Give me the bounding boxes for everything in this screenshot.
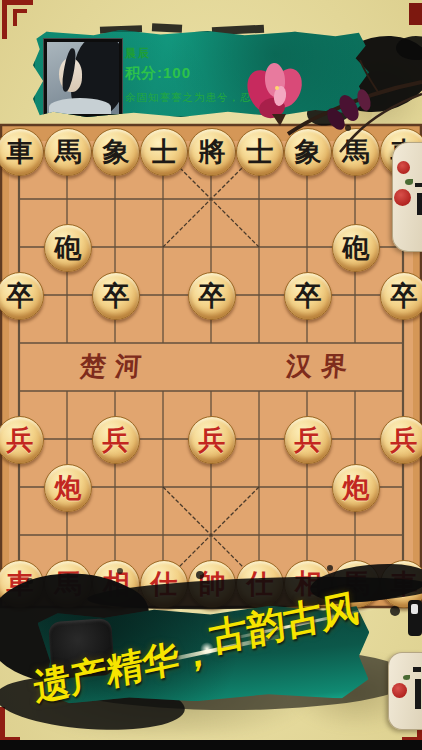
corner-bracket-bottom-left [0, 707, 20, 742]
piece-red-horse-left[interactable]: 馬 [44, 560, 92, 608]
piece-black-elephant-left[interactable]: 象 [92, 128, 140, 176]
piece-black-advisor-right[interactable]: 士 [236, 128, 284, 176]
piece-black-horse-left[interactable]: 馬 [44, 128, 92, 176]
poppy-flower-icon [394, 189, 411, 206]
piece-black-horse-right[interactable]: 馬 [332, 128, 380, 176]
partial-calligraphy-glyph [417, 193, 422, 215]
poppy-flower-icon [392, 683, 407, 698]
poppy-flower-icon [397, 161, 410, 174]
partial-calligraphy-glyph [415, 183, 422, 187]
avatar-shoulder [49, 98, 111, 116]
dark-piece-stack [408, 600, 422, 636]
corner-bracket-top-left [2, 0, 33, 39]
ink-fragment [152, 23, 182, 33]
leaf-icon [405, 179, 413, 185]
partial-calligraphy-glyph [413, 667, 421, 672]
piece-red-pawn-5[interactable]: 兵 [380, 416, 422, 464]
avatar-frame-ornament [45, 105, 56, 116]
piece-red-advisor-left[interactable]: 仕 [140, 560, 188, 608]
avatar-frame-ornament [45, 40, 56, 51]
piece-black-pawn-2[interactable]: 卒 [92, 272, 140, 320]
corner-bracket-top-right [409, 3, 422, 25]
player-avatar[interactable] [44, 39, 122, 117]
piece-black-pawn-4[interactable]: 卒 [284, 272, 332, 320]
leaf-icon [403, 675, 410, 680]
piece-black-elephant-right[interactable]: 象 [284, 128, 332, 176]
piece-red-pawn-4[interactable]: 兵 [284, 416, 332, 464]
avatar-frame-ornament [110, 105, 121, 116]
xiangqi-board[interactable]: 楚河 汉界 車馬象士將士象馬車砲砲卒卒卒卒卒兵兵兵兵兵炮炮車馬相仕帥仕相馬車 [0, 123, 422, 609]
piece-black-pawn-1[interactable]: 卒 [0, 272, 44, 320]
piece-black-chariot-left[interactable]: 車 [0, 128, 44, 176]
player-signature: 余固知謇謇之为患兮，忍而不 [125, 91, 340, 105]
piece-red-pawn-3[interactable]: 兵 [188, 416, 236, 464]
app-screen: 晨辰 积分:100 余固知謇謇之为患兮，忍而不 [0, 0, 422, 750]
avatar-frame-ornament [110, 40, 121, 51]
piece-red-chariot-left[interactable]: 車 [0, 560, 44, 608]
piece-red-general[interactable]: 帥 [188, 560, 236, 608]
piece-black-cannon-right[interactable]: 砲 [332, 224, 380, 272]
player-info-panel: 晨辰 积分:100 余固知謇謇之为患兮，忍而不 [33, 30, 369, 118]
piece-red-pawn-1[interactable]: 兵 [0, 416, 44, 464]
piece-black-cannon-left[interactable]: 砲 [44, 224, 92, 272]
bottom-frame-bar [0, 740, 422, 750]
player-score: 积分:100 [125, 64, 191, 83]
piece-red-elephant-left[interactable]: 相 [92, 560, 140, 608]
piece-red-pawn-2[interactable]: 兵 [92, 416, 140, 464]
piece-red-cannon-right[interactable]: 炮 [332, 464, 380, 512]
piece-black-advisor-left[interactable]: 士 [140, 128, 188, 176]
edge-card-bottom [388, 652, 422, 730]
player-name: 晨辰 [125, 46, 151, 61]
edge-card-top [392, 142, 422, 252]
piece-black-general[interactable]: 將 [188, 128, 236, 176]
pieces-layer: 車馬象士將士象馬車砲砲卒卒卒卒卒兵兵兵兵兵炮炮車馬相仕帥仕相馬車 [0, 123, 422, 609]
piece-black-pawn-5[interactable]: 卒 [380, 272, 422, 320]
piece-black-pawn-3[interactable]: 卒 [188, 272, 236, 320]
piece-red-cannon-left[interactable]: 炮 [44, 464, 92, 512]
partial-calligraphy-glyph [415, 679, 421, 709]
